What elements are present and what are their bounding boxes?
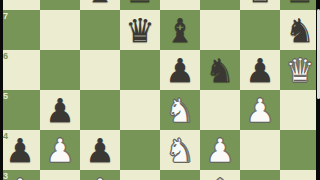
square-f7[interactable] (200, 10, 240, 50)
piece-white-king[interactable]: ♚ (200, 170, 240, 180)
piece-black-bishop[interactable]: ♝ (160, 10, 200, 50)
piece-black-knight[interactable]: ♞ (280, 10, 320, 50)
piece-white-pawn[interactable]: ♟ (240, 90, 280, 130)
piece-white-pawn[interactable]: ♟ (0, 170, 40, 180)
piece-white-pawn[interactable]: ♟ (80, 170, 120, 180)
piece-white-pawn[interactable]: ♟ (40, 130, 80, 170)
square-h4[interactable] (280, 130, 320, 170)
square-d5[interactable] (120, 90, 160, 130)
piece-black-pawn[interactable]: ♟ (240, 50, 280, 90)
square-a8[interactable] (0, 0, 40, 10)
square-f8[interactable] (200, 0, 240, 10)
square-h5[interactable] (280, 90, 320, 130)
square-b4[interactable]: ♟ (40, 130, 80, 170)
piece-black-bishop[interactable]: ♝ (80, 0, 120, 10)
square-c7[interactable] (80, 10, 120, 50)
square-d4[interactable] (120, 130, 160, 170)
square-b3[interactable] (40, 170, 80, 180)
square-h3[interactable] (280, 170, 320, 180)
square-h7[interactable]: ♞ (280, 10, 320, 50)
scrollbar-thumb[interactable] (317, 9, 320, 99)
square-d3[interactable] (120, 170, 160, 180)
piece-white-pawn[interactable]: ♟ (200, 130, 240, 170)
piece-white-knight[interactable]: ♞ (160, 90, 200, 130)
piece-black-queen[interactable]: ♛ (120, 10, 160, 50)
square-g7[interactable] (240, 10, 280, 50)
piece-white-knight[interactable]: ♞ (160, 130, 200, 170)
square-a6[interactable]: 6 (0, 50, 40, 90)
piece-black-knight[interactable]: ♞ (200, 50, 240, 90)
piece-black-rook[interactable]: ♜ (280, 0, 320, 10)
square-f5[interactable] (200, 90, 240, 130)
square-a3[interactable]: 3♟ (0, 170, 40, 180)
square-d7[interactable]: ♛ (120, 10, 160, 50)
square-c5[interactable] (80, 90, 120, 130)
square-g5[interactable]: ♟ (240, 90, 280, 130)
square-f3[interactable]: ♚ (200, 170, 240, 180)
square-a7[interactable]: 7 (0, 10, 40, 50)
piece-black-pawn[interactable]: ♟ (40, 90, 80, 130)
square-e8[interactable] (160, 0, 200, 10)
square-e3[interactable] (160, 170, 200, 180)
square-h8[interactable]: ♜ (280, 0, 320, 10)
app-screen: ♝♜♚♜7♛♝♞6♟♞♟♛5♟♞♟4♟♟♟♞♟3♟♟♚ (0, 0, 320, 180)
square-c4[interactable]: ♟ (80, 130, 120, 170)
square-b8[interactable] (40, 0, 80, 10)
square-f4[interactable]: ♟ (200, 130, 240, 170)
square-g4[interactable] (240, 130, 280, 170)
rank-label-6: 6 (3, 51, 8, 61)
piece-black-pawn[interactable]: ♟ (80, 130, 120, 170)
rank-label-5: 5 (3, 91, 8, 101)
square-b7[interactable] (40, 10, 80, 50)
square-a4[interactable]: 4♟ (0, 130, 40, 170)
square-d6[interactable] (120, 50, 160, 90)
rank-label-7: 7 (3, 11, 8, 21)
square-g3[interactable] (240, 170, 280, 180)
square-e6[interactable]: ♟ (160, 50, 200, 90)
left-letterbox (0, 0, 3, 180)
square-a5[interactable]: 5 (0, 90, 40, 130)
chess-board: ♝♜♚♜7♛♝♞6♟♞♟♛5♟♞♟4♟♟♟♞♟3♟♟♚ (0, 0, 320, 180)
square-c6[interactable] (80, 50, 120, 90)
square-e5[interactable]: ♞ (160, 90, 200, 130)
piece-black-rook[interactable]: ♜ (120, 0, 160, 10)
piece-black-pawn[interactable]: ♟ (0, 130, 40, 170)
square-f6[interactable]: ♞ (200, 50, 240, 90)
piece-white-queen[interactable]: ♛ (280, 50, 320, 90)
square-g6[interactable]: ♟ (240, 50, 280, 90)
square-b6[interactable] (40, 50, 80, 90)
square-c8[interactable]: ♝ (80, 0, 120, 10)
piece-black-king[interactable]: ♚ (240, 0, 280, 10)
square-e7[interactable]: ♝ (160, 10, 200, 50)
square-d8[interactable]: ♜ (120, 0, 160, 10)
piece-black-pawn[interactable]: ♟ (160, 50, 200, 90)
square-e4[interactable]: ♞ (160, 130, 200, 170)
square-g8[interactable]: ♚ (240, 0, 280, 10)
square-c3[interactable]: ♟ (80, 170, 120, 180)
square-h6[interactable]: ♛ (280, 50, 320, 90)
square-b5[interactable]: ♟ (40, 90, 80, 130)
